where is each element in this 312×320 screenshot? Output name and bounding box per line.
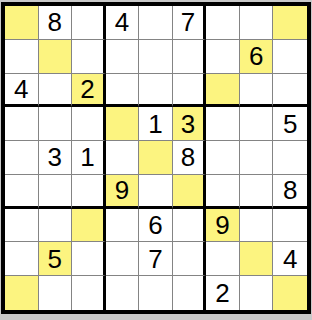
cell-r2c8[interactable]: 6 [240,40,274,74]
cell-r3c3[interactable]: 2 [72,74,106,108]
cell-r1c8[interactable] [240,6,274,40]
cell-r3c7[interactable] [206,74,240,108]
cell-r4c3[interactable] [72,107,106,141]
cell-r6c9[interactable]: 8 [273,175,307,209]
cell-r5c2[interactable]: 3 [39,141,73,175]
cell-r9c8[interactable] [240,276,274,310]
cell-r2c1[interactable] [5,40,39,74]
cell-r3c6[interactable] [173,74,207,108]
cell-r8c4[interactable] [106,242,140,276]
cell-r7c5[interactable]: 6 [139,209,173,243]
cell-r6c6[interactable] [173,175,207,209]
cell-r9c9[interactable] [273,276,307,310]
cell-r6c3[interactable] [72,175,106,209]
cell-r4c5[interactable]: 1 [139,107,173,141]
sudoku-board: 84764213531898695742 [1,2,311,314]
cell-r2c6[interactable] [173,40,207,74]
cell-r7c3[interactable] [72,209,106,243]
cell-r5c9[interactable] [273,141,307,175]
cell-r1c2[interactable]: 8 [39,6,73,40]
cell-r8c1[interactable] [5,242,39,276]
cell-r2c5[interactable] [139,40,173,74]
cell-r9c3[interactable] [72,276,106,310]
cell-r3c1[interactable]: 4 [5,74,39,108]
cell-r9c7[interactable]: 2 [206,276,240,310]
cell-r4c9[interactable]: 5 [273,107,307,141]
cell-r8c6[interactable] [173,242,207,276]
cell-r1c9[interactable] [273,6,307,40]
cell-r3c2[interactable] [39,74,73,108]
cell-r5c3[interactable]: 1 [72,141,106,175]
cell-r8c5[interactable]: 7 [139,242,173,276]
cell-r1c6[interactable]: 7 [173,6,207,40]
cell-r9c5[interactable] [139,276,173,310]
cell-r8c8[interactable] [240,242,274,276]
cell-r9c1[interactable] [5,276,39,310]
cell-r7c7[interactable]: 9 [206,209,240,243]
cell-r3c5[interactable] [139,74,173,108]
cell-r6c4[interactable]: 9 [106,175,140,209]
cell-r5c1[interactable] [5,141,39,175]
cell-r5c5[interactable] [139,141,173,175]
cell-r5c7[interactable] [206,141,240,175]
cell-r3c8[interactable] [240,74,274,108]
cell-r1c1[interactable] [5,6,39,40]
cell-r6c7[interactable] [206,175,240,209]
cell-r9c2[interactable] [39,276,73,310]
cell-r8c7[interactable] [206,242,240,276]
cell-r8c2[interactable]: 5 [39,242,73,276]
cell-r2c3[interactable] [72,40,106,74]
cell-r7c9[interactable] [273,209,307,243]
cell-r6c1[interactable] [5,175,39,209]
cell-r4c7[interactable] [206,107,240,141]
cell-r4c6[interactable]: 3 [173,107,207,141]
cell-r9c6[interactable] [173,276,207,310]
cell-r8c3[interactable] [72,242,106,276]
cell-r4c1[interactable] [5,107,39,141]
cell-r2c9[interactable] [273,40,307,74]
cell-r1c3[interactable] [72,6,106,40]
cell-r4c4[interactable] [106,107,140,141]
cell-r6c2[interactable] [39,175,73,209]
cell-r3c4[interactable] [106,74,140,108]
cell-r9c4[interactable] [106,276,140,310]
cell-r5c4[interactable] [106,141,140,175]
cell-r5c6[interactable]: 8 [173,141,207,175]
cell-r7c6[interactable] [173,209,207,243]
cell-r1c5[interactable] [139,6,173,40]
cell-r7c1[interactable] [5,209,39,243]
cell-r8c9[interactable]: 4 [273,242,307,276]
cell-r2c2[interactable] [39,40,73,74]
cell-r4c8[interactable] [240,107,274,141]
cell-r1c7[interactable] [206,6,240,40]
cell-r3c9[interactable] [273,74,307,108]
cell-r7c2[interactable] [39,209,73,243]
cell-r2c4[interactable] [106,40,140,74]
cell-r7c4[interactable] [106,209,140,243]
cell-r6c8[interactable] [240,175,274,209]
cell-r6c5[interactable] [139,175,173,209]
cell-r4c2[interactable] [39,107,73,141]
cell-r2c7[interactable] [206,40,240,74]
cell-r5c8[interactable] [240,141,274,175]
cell-r1c4[interactable]: 4 [106,6,140,40]
cell-r7c8[interactable] [240,209,274,243]
